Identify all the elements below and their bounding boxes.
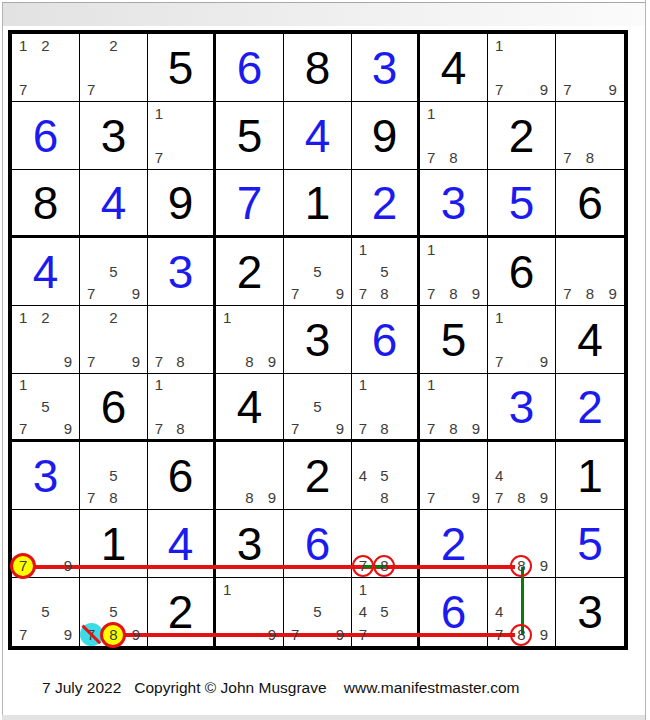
cell-r8c9: 5 xyxy=(556,510,624,578)
candidate-1: 1 xyxy=(359,242,367,257)
candidates: 178 xyxy=(352,374,417,439)
candidates: 579 xyxy=(12,578,79,646)
cell-r4c9: 789 xyxy=(556,238,624,306)
digit: 4 xyxy=(33,249,59,295)
candidate-7: 7 xyxy=(427,421,435,436)
cell-r6c4: 4 xyxy=(216,374,284,442)
candidate-9: 9 xyxy=(540,354,548,369)
candidate-1: 1 xyxy=(223,582,231,597)
cell-r9c5: 579 xyxy=(284,578,352,646)
cell-r5c1: 129 xyxy=(12,306,80,374)
candidate-7: 7 xyxy=(359,421,367,436)
cell-r4c4: 2 xyxy=(216,238,284,306)
cell-r9c4: 19 xyxy=(216,578,284,646)
candidate-9: 9 xyxy=(472,421,480,436)
candidate-2: 2 xyxy=(109,310,117,325)
cell-r1c2: 27 xyxy=(80,34,148,102)
candidate-7: 7 xyxy=(427,490,435,505)
candidate-9: 9 xyxy=(64,627,72,642)
cell-r4c3: 3 xyxy=(148,238,216,306)
candidate-5: 5 xyxy=(313,604,321,619)
cell-r1c9: 79 xyxy=(556,34,624,102)
cell-r5c6: 6 xyxy=(352,306,420,374)
candidate-5: 5 xyxy=(313,264,321,279)
candidates: 189 xyxy=(216,306,283,373)
cell-r3c2: 4 xyxy=(80,170,148,238)
cell-r5c3: 78 xyxy=(148,306,216,374)
cell-r8c6: 78 xyxy=(352,510,420,578)
candidate-7: 7 xyxy=(19,421,27,436)
candidate-8: 8 xyxy=(380,421,388,436)
candidate-1: 1 xyxy=(19,38,27,53)
candidates: 458 xyxy=(352,442,417,509)
candidate-9: 9 xyxy=(132,354,140,369)
candidates: 178 xyxy=(420,102,487,169)
candidate-1: 1 xyxy=(427,242,435,257)
cell-r5c2: 279 xyxy=(80,306,148,374)
candidate-8: 8 xyxy=(176,354,184,369)
digit: 5 xyxy=(577,521,603,567)
candidates: 578 xyxy=(80,442,147,509)
cell-r9c6: 1457 xyxy=(352,578,420,646)
candidate-7: 7 xyxy=(87,82,95,97)
cell-r4c8: 6 xyxy=(488,238,556,306)
candidate-8: 8 xyxy=(380,490,388,505)
candidate-7: 7 xyxy=(563,150,571,165)
candidate-8: 8 xyxy=(449,286,457,301)
cell-r2c5: 4 xyxy=(284,102,352,170)
candidates: 17 xyxy=(148,102,213,169)
cell-r8c2: 1 xyxy=(80,510,148,578)
cell-r7c6: 458 xyxy=(352,442,420,510)
candidate-8-ring-circle: 8 xyxy=(517,627,525,642)
candidate-7: 7 xyxy=(427,150,435,165)
candidate-9: 9 xyxy=(64,421,72,436)
candidate-7: 7 xyxy=(87,286,95,301)
candidate-1: 1 xyxy=(359,582,367,597)
candidates: 179 xyxy=(488,34,555,101)
candidates: 1578 xyxy=(352,238,417,305)
digit: 1 xyxy=(577,453,603,499)
candidates: 78 xyxy=(556,102,624,169)
cell-r7c4: 89 xyxy=(216,442,284,510)
candidate-7: 7 xyxy=(563,82,571,97)
candidate-8: 8 xyxy=(517,490,525,505)
candidate-8: 8 xyxy=(176,421,184,436)
page-left-border xyxy=(2,2,3,720)
cell-r1c7: 4 xyxy=(420,34,488,102)
cell-r9c9: 3 xyxy=(556,578,624,646)
digit: 2 xyxy=(372,180,398,226)
candidate-4: 4 xyxy=(359,468,367,483)
cell-r3c1: 8 xyxy=(12,170,80,238)
candidates: 1789 xyxy=(420,374,487,439)
candidate-9: 9 xyxy=(472,286,480,301)
candidate-8: 8 xyxy=(449,150,457,165)
candidate-2: 2 xyxy=(109,38,117,53)
candidates: 89 xyxy=(488,510,555,577)
cell-r2c9: 78 xyxy=(556,102,624,170)
candidate-7: 7 xyxy=(87,354,95,369)
digit: 3 xyxy=(101,113,127,159)
cell-r6c8: 3 xyxy=(488,374,556,442)
digit: 9 xyxy=(372,113,398,159)
cell-r4c6: 1578 xyxy=(352,238,420,306)
candidate-8-ring-circle: 8 xyxy=(380,558,388,573)
cell-r1c8: 179 xyxy=(488,34,556,102)
candidate-9: 9 xyxy=(540,558,548,573)
digit: 6 xyxy=(509,249,535,295)
candidate-1: 1 xyxy=(495,310,503,325)
candidate-1: 1 xyxy=(155,106,163,121)
digit: 6 xyxy=(101,384,127,430)
candidate-9: 9 xyxy=(64,558,72,573)
digit: 4 xyxy=(305,113,331,159)
candidate-1: 1 xyxy=(155,377,163,392)
cell-r2c3: 17 xyxy=(148,102,216,170)
candidate-8: 8 xyxy=(109,490,117,505)
digit: 3 xyxy=(237,521,263,567)
cell-r5c8: 179 xyxy=(488,306,556,374)
cell-r4c1: 4 xyxy=(12,238,80,306)
candidate-5: 5 xyxy=(313,399,321,414)
cell-r2c6: 9 xyxy=(352,102,420,170)
candidate-4: 4 xyxy=(495,604,503,619)
candidates: 579 xyxy=(284,578,351,646)
candidate-8: 8 xyxy=(245,490,253,505)
cell-r6c6: 178 xyxy=(352,374,420,442)
cell-r3c4: 7 xyxy=(216,170,284,238)
candidate-7: 7 xyxy=(291,286,299,301)
cell-r6c1: 1579 xyxy=(12,374,80,442)
candidates: 5789 xyxy=(80,578,147,646)
candidate-8: 8 xyxy=(586,150,594,165)
digit: 2 xyxy=(441,521,467,567)
candidate-9: 9 xyxy=(268,490,276,505)
digit: 2 xyxy=(168,589,194,635)
cell-r1c1: 127 xyxy=(12,34,80,102)
candidates: 789 xyxy=(556,238,624,305)
candidate-7-ring-circle: 7 xyxy=(359,558,367,573)
digit: 4 xyxy=(577,317,603,363)
digit: 2 xyxy=(305,453,331,499)
candidate-5: 5 xyxy=(41,399,49,414)
candidate-9: 9 xyxy=(268,354,276,369)
sudoku-page: 1272756834179796317549178278849712356457… xyxy=(0,0,650,720)
digit: 6 xyxy=(441,589,467,635)
candidate-9: 9 xyxy=(540,82,548,97)
cell-r3c9: 6 xyxy=(556,170,624,238)
cell-r6c7: 1789 xyxy=(420,374,488,442)
candidates: 579 xyxy=(80,238,147,305)
cell-r1c4: 6 xyxy=(216,34,284,102)
candidate-7: 7 xyxy=(291,627,299,642)
digit: 2 xyxy=(509,113,535,159)
digit: 5 xyxy=(168,45,194,91)
candidate-1: 1 xyxy=(427,106,435,121)
candidates: 78 xyxy=(148,306,213,373)
candidates: 79 xyxy=(556,34,624,101)
digit: 1 xyxy=(305,180,331,226)
digit: 7 xyxy=(237,180,263,226)
candidate-7: 7 xyxy=(87,490,95,505)
candidates: 579 xyxy=(284,238,351,305)
cell-r7c8: 4789 xyxy=(488,442,556,510)
cell-r3c5: 1 xyxy=(284,170,352,238)
candidate-5: 5 xyxy=(109,468,117,483)
candidate-9: 9 xyxy=(608,82,616,97)
candidates: 178 xyxy=(148,374,213,439)
candidate-9: 9 xyxy=(608,286,616,301)
candidate-5: 5 xyxy=(380,264,388,279)
page-bottom-border xyxy=(2,715,645,720)
footer-copyright: 7 July 2022 Copyright © John Musgrave ww… xyxy=(42,679,519,697)
candidate-9: 9 xyxy=(336,627,344,642)
candidates: 1789 xyxy=(420,238,487,305)
cell-r2c7: 178 xyxy=(420,102,488,170)
candidate-7: 7 xyxy=(495,490,503,505)
candidate-5: 5 xyxy=(380,468,388,483)
digit: 6 xyxy=(577,180,603,226)
digit: 3 xyxy=(509,384,535,430)
digit: 3 xyxy=(168,249,194,295)
cell-r5c5: 3 xyxy=(284,306,352,374)
candidate-4: 4 xyxy=(359,604,367,619)
digit: 1 xyxy=(101,521,127,567)
cell-r8c7: 2 xyxy=(420,510,488,578)
digit: 4 xyxy=(168,521,194,567)
cell-r8c5: 6 xyxy=(284,510,352,578)
cell-r8c8: 89 xyxy=(488,510,556,578)
digit: 9 xyxy=(168,180,194,226)
candidate-9: 9 xyxy=(132,627,140,642)
cell-r6c5: 579 xyxy=(284,374,352,442)
candidate-7: 7 xyxy=(291,421,299,436)
candidate-8: 8 xyxy=(449,421,457,436)
candidate-7: 7 xyxy=(19,82,27,97)
cell-r4c2: 579 xyxy=(80,238,148,306)
candidate-8: 8 xyxy=(380,286,388,301)
candidate-9: 9 xyxy=(540,490,548,505)
cell-r8c4: 3 xyxy=(216,510,284,578)
candidates: 127 xyxy=(12,34,79,101)
candidate-7: 7 xyxy=(155,150,163,165)
digit: 8 xyxy=(305,45,331,91)
cell-r7c9: 1 xyxy=(556,442,624,510)
candidates: 79 xyxy=(420,442,487,509)
candidates: 78 xyxy=(352,510,417,577)
cell-r8c1: 79 xyxy=(12,510,80,578)
cell-r4c7: 1789 xyxy=(420,238,488,306)
cell-r7c2: 578 xyxy=(80,442,148,510)
candidate-8-ring-circle: 8 xyxy=(517,558,525,573)
candidates: 4789 xyxy=(488,578,555,646)
digit: 6 xyxy=(305,521,331,567)
cell-r5c4: 189 xyxy=(216,306,284,374)
candidate-2: 2 xyxy=(41,38,49,53)
cell-r3c8: 5 xyxy=(488,170,556,238)
cell-r7c1: 3 xyxy=(12,442,80,510)
candidate-7: 7 xyxy=(359,286,367,301)
cell-r9c2: 5789 xyxy=(80,578,148,646)
digit: 8 xyxy=(33,180,59,226)
candidate-9: 9 xyxy=(540,627,548,642)
candidate-1: 1 xyxy=(223,310,231,325)
digit: 3 xyxy=(441,180,467,226)
candidate-1: 1 xyxy=(495,38,503,53)
candidate-7: 7 xyxy=(155,354,163,369)
candidate-9: 9 xyxy=(336,421,344,436)
candidate-8-yellow-circle: 8 xyxy=(109,627,117,642)
candidates: 89 xyxy=(216,442,283,509)
candidates: 279 xyxy=(80,306,147,373)
cell-r2c2: 3 xyxy=(80,102,148,170)
candidates: 27 xyxy=(80,34,147,101)
candidates: 1457 xyxy=(352,578,417,646)
candidate-7: 7 xyxy=(19,627,27,642)
cell-r9c8: 4789 xyxy=(488,578,556,646)
cell-r3c7: 3 xyxy=(420,170,488,238)
candidate-7-yellow-circle: 7 xyxy=(19,558,27,573)
candidate-9: 9 xyxy=(268,627,276,642)
candidates: 1579 xyxy=(12,374,79,439)
candidate-5: 5 xyxy=(41,604,49,619)
candidate-1: 1 xyxy=(359,377,367,392)
digit: 2 xyxy=(577,384,603,430)
cell-r2c8: 2 xyxy=(488,102,556,170)
candidates: 179 xyxy=(488,306,555,373)
digit: 6 xyxy=(372,317,398,363)
cell-r1c3: 5 xyxy=(148,34,216,102)
cell-r6c2: 6 xyxy=(80,374,148,442)
digit: 4 xyxy=(101,180,127,226)
candidates: 579 xyxy=(284,374,351,439)
candidate-9: 9 xyxy=(132,286,140,301)
candidate-5: 5 xyxy=(109,264,117,279)
candidate-1: 1 xyxy=(19,377,27,392)
digit: 4 xyxy=(441,45,467,91)
candidate-7: 7 xyxy=(427,286,435,301)
candidate-7: 7 xyxy=(495,354,503,369)
candidate-7: 7 xyxy=(495,627,503,642)
candidate-7: 7 xyxy=(563,286,571,301)
digit: 3 xyxy=(577,589,603,635)
digit: 2 xyxy=(237,249,263,295)
page-right-border xyxy=(645,0,646,720)
digit: 3 xyxy=(305,317,331,363)
cell-r9c1: 579 xyxy=(12,578,80,646)
digit: 6 xyxy=(237,45,263,91)
candidates: 79 xyxy=(12,510,79,577)
cell-r3c6: 2 xyxy=(352,170,420,238)
candidate-4: 4 xyxy=(495,468,503,483)
candidate-5: 5 xyxy=(109,604,117,619)
candidates: 129 xyxy=(12,306,79,373)
cell-r5c7: 5 xyxy=(420,306,488,374)
candidate-7: 7 xyxy=(359,627,367,642)
cell-r4c5: 579 xyxy=(284,238,352,306)
digit: 5 xyxy=(237,113,263,159)
cell-r2c4: 5 xyxy=(216,102,284,170)
candidate-9: 9 xyxy=(336,286,344,301)
cell-r7c7: 79 xyxy=(420,442,488,510)
cell-r7c3: 6 xyxy=(148,442,216,510)
cell-r6c3: 178 xyxy=(148,374,216,442)
cell-r7c5: 2 xyxy=(284,442,352,510)
digit: 6 xyxy=(33,113,59,159)
cell-r3c3: 9 xyxy=(148,170,216,238)
candidates: 19 xyxy=(216,578,283,646)
window-chrome-bar xyxy=(2,2,645,26)
digit: 3 xyxy=(33,453,59,499)
digit: 6 xyxy=(168,453,194,499)
candidate-7: 7 xyxy=(495,82,503,97)
candidate-9: 9 xyxy=(472,490,480,505)
cell-r9c3: 2 xyxy=(148,578,216,646)
candidate-1: 1 xyxy=(427,377,435,392)
cell-r1c5: 8 xyxy=(284,34,352,102)
digit: 5 xyxy=(441,317,467,363)
candidate-7: 7 xyxy=(155,421,163,436)
sudoku-board: 1272756834179796317549178278849712356457… xyxy=(8,30,628,650)
digit: 3 xyxy=(372,45,398,91)
cell-r5c9: 4 xyxy=(556,306,624,374)
cell-r8c3: 4 xyxy=(148,510,216,578)
candidates: 4789 xyxy=(488,442,555,509)
candidate-2: 2 xyxy=(41,310,49,325)
cell-r9c7: 6 xyxy=(420,578,488,646)
candidate-8: 8 xyxy=(245,354,253,369)
candidate-9: 9 xyxy=(64,354,72,369)
digit: 4 xyxy=(237,384,263,430)
digit: 5 xyxy=(509,180,535,226)
candidate-1: 1 xyxy=(19,310,27,325)
cell-r1c6: 3 xyxy=(352,34,420,102)
candidate-7-cyan-circle: 7 xyxy=(87,627,95,642)
cell-r6c9: 2 xyxy=(556,374,624,442)
candidate-8: 8 xyxy=(586,286,594,301)
candidate-5: 5 xyxy=(380,604,388,619)
cell-r2c1: 6 xyxy=(12,102,80,170)
